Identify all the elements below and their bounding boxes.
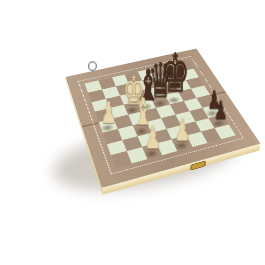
square-a7 [88, 89, 106, 102]
ring-mount [86, 68, 97, 79]
square-f1 [186, 132, 207, 147]
square-b1 [127, 147, 147, 163]
product-photo-scene: ♚♝♛♚♟♝♟♟♟♟ [0, 0, 265, 265]
chess-board: ♚♝♛♚♟♝♟♟♟♟ [65, 48, 260, 188]
board-grid: ♚♝♛♚♟♝♟♟♟♟ [85, 60, 236, 167]
hanging-ring-icon [88, 61, 96, 70]
